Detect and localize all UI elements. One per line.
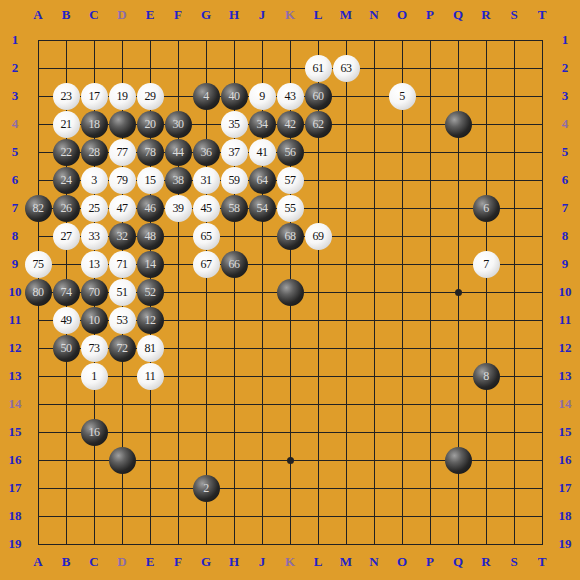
intersection-B19[interactable] [52, 530, 80, 558]
intersection-J3[interactable]: 9 [248, 82, 276, 110]
intersection-K16[interactable] [276, 446, 304, 474]
intersection-Q5[interactable] [444, 138, 472, 166]
intersection-D17[interactable] [108, 474, 136, 502]
intersection-D9[interactable]: 71 [108, 250, 136, 278]
intersection-N7[interactable] [360, 194, 388, 222]
intersection-E1[interactable] [136, 26, 164, 54]
intersection-O4[interactable] [388, 110, 416, 138]
intersection-J16[interactable] [248, 446, 276, 474]
intersection-K15[interactable] [276, 418, 304, 446]
intersection-C13[interactable]: 1 [80, 362, 108, 390]
intersection-J19[interactable] [248, 530, 276, 558]
intersection-J4[interactable]: 34 [248, 110, 276, 138]
intersection-P9[interactable] [416, 250, 444, 278]
intersection-K7[interactable]: 55 [276, 194, 304, 222]
intersection-H5[interactable]: 37 [220, 138, 248, 166]
intersection-A4[interactable] [24, 110, 52, 138]
intersection-Q1[interactable] [444, 26, 472, 54]
intersection-R12[interactable] [472, 334, 500, 362]
intersection-J5[interactable]: 41 [248, 138, 276, 166]
intersection-B12[interactable]: 50 [52, 334, 80, 362]
intersection-N16[interactable] [360, 446, 388, 474]
intersection-R19[interactable] [472, 530, 500, 558]
intersection-D10[interactable]: 51 [108, 278, 136, 306]
intersection-M16[interactable] [332, 446, 360, 474]
intersection-P5[interactable] [416, 138, 444, 166]
intersection-T3[interactable] [528, 82, 556, 110]
intersection-G5[interactable]: 36 [192, 138, 220, 166]
intersection-A13[interactable] [24, 362, 52, 390]
intersection-M10[interactable] [332, 278, 360, 306]
intersection-F14[interactable] [164, 390, 192, 418]
intersection-M3[interactable] [332, 82, 360, 110]
intersection-A7[interactable]: 82 [24, 194, 52, 222]
intersection-O19[interactable] [388, 530, 416, 558]
intersection-A19[interactable] [24, 530, 52, 558]
intersection-N5[interactable] [360, 138, 388, 166]
intersection-T7[interactable] [528, 194, 556, 222]
intersection-R15[interactable] [472, 418, 500, 446]
intersection-B6[interactable]: 24 [52, 166, 80, 194]
intersection-T14[interactable] [528, 390, 556, 418]
intersection-N3[interactable] [360, 82, 388, 110]
intersection-T8[interactable] [528, 222, 556, 250]
intersection-B11[interactable]: 49 [52, 306, 80, 334]
intersection-D2[interactable] [108, 54, 136, 82]
intersection-G8[interactable]: 65 [192, 222, 220, 250]
intersection-H11[interactable] [220, 306, 248, 334]
intersection-Q16[interactable] [444, 446, 472, 474]
intersection-C5[interactable]: 28 [80, 138, 108, 166]
intersection-E2[interactable] [136, 54, 164, 82]
intersection-B3[interactable]: 23 [52, 82, 80, 110]
intersection-J17[interactable] [248, 474, 276, 502]
intersection-A1[interactable] [24, 26, 52, 54]
intersection-C3[interactable]: 17 [80, 82, 108, 110]
intersection-S5[interactable] [500, 138, 528, 166]
intersection-D12[interactable]: 72 [108, 334, 136, 362]
intersection-O11[interactable] [388, 306, 416, 334]
intersection-J1[interactable] [248, 26, 276, 54]
intersection-C11[interactable]: 10 [80, 306, 108, 334]
intersection-K1[interactable] [276, 26, 304, 54]
intersection-T15[interactable] [528, 418, 556, 446]
intersection-G4[interactable] [192, 110, 220, 138]
intersection-A5[interactable] [24, 138, 52, 166]
intersection-Q18[interactable] [444, 502, 472, 530]
intersection-A2[interactable] [24, 54, 52, 82]
intersection-S1[interactable] [500, 26, 528, 54]
intersection-J2[interactable] [248, 54, 276, 82]
intersection-G11[interactable] [192, 306, 220, 334]
intersection-H16[interactable] [220, 446, 248, 474]
intersection-M11[interactable] [332, 306, 360, 334]
intersection-M13[interactable] [332, 362, 360, 390]
intersection-E14[interactable] [136, 390, 164, 418]
intersection-T11[interactable] [528, 306, 556, 334]
intersection-J6[interactable]: 64 [248, 166, 276, 194]
intersection-S4[interactable] [500, 110, 528, 138]
intersection-O9[interactable] [388, 250, 416, 278]
intersection-C17[interactable] [80, 474, 108, 502]
intersection-N11[interactable] [360, 306, 388, 334]
intersection-F18[interactable] [164, 502, 192, 530]
intersection-D19[interactable] [108, 530, 136, 558]
intersection-R6[interactable] [472, 166, 500, 194]
intersection-F7[interactable]: 39 [164, 194, 192, 222]
intersection-L18[interactable] [304, 502, 332, 530]
intersection-P12[interactable] [416, 334, 444, 362]
intersection-C1[interactable] [80, 26, 108, 54]
intersection-T10[interactable] [528, 278, 556, 306]
intersection-E4[interactable]: 20 [136, 110, 164, 138]
intersection-F2[interactable] [164, 54, 192, 82]
intersection-C2[interactable] [80, 54, 108, 82]
intersection-J14[interactable] [248, 390, 276, 418]
intersection-K17[interactable] [276, 474, 304, 502]
intersection-P15[interactable] [416, 418, 444, 446]
intersection-Q2[interactable] [444, 54, 472, 82]
intersection-M2[interactable]: 63 [332, 54, 360, 82]
intersection-B13[interactable] [52, 362, 80, 390]
intersection-E6[interactable]: 15 [136, 166, 164, 194]
intersection-E9[interactable]: 14 [136, 250, 164, 278]
intersection-M5[interactable] [332, 138, 360, 166]
intersection-P19[interactable] [416, 530, 444, 558]
intersection-P13[interactable] [416, 362, 444, 390]
intersection-N14[interactable] [360, 390, 388, 418]
intersection-S10[interactable] [500, 278, 528, 306]
intersection-K19[interactable] [276, 530, 304, 558]
intersection-N13[interactable] [360, 362, 388, 390]
intersection-O15[interactable] [388, 418, 416, 446]
intersection-K10[interactable] [276, 278, 304, 306]
intersection-N10[interactable] [360, 278, 388, 306]
intersection-P18[interactable] [416, 502, 444, 530]
intersection-L14[interactable] [304, 390, 332, 418]
intersection-J18[interactable] [248, 502, 276, 530]
intersection-E17[interactable] [136, 474, 164, 502]
intersection-O13[interactable] [388, 362, 416, 390]
intersection-L17[interactable] [304, 474, 332, 502]
intersection-F8[interactable] [164, 222, 192, 250]
intersection-G15[interactable] [192, 418, 220, 446]
intersection-R17[interactable] [472, 474, 500, 502]
intersection-T16[interactable] [528, 446, 556, 474]
intersection-F6[interactable]: 38 [164, 166, 192, 194]
intersection-T13[interactable] [528, 362, 556, 390]
intersection-G19[interactable] [192, 530, 220, 558]
intersection-K11[interactable] [276, 306, 304, 334]
intersection-F1[interactable] [164, 26, 192, 54]
intersection-O6[interactable] [388, 166, 416, 194]
intersection-A3[interactable] [24, 82, 52, 110]
intersection-B8[interactable]: 27 [52, 222, 80, 250]
intersection-H2[interactable] [220, 54, 248, 82]
intersection-L11[interactable] [304, 306, 332, 334]
intersection-L8[interactable]: 69 [304, 222, 332, 250]
intersection-D14[interactable] [108, 390, 136, 418]
intersection-P4[interactable] [416, 110, 444, 138]
intersection-G18[interactable] [192, 502, 220, 530]
intersection-P6[interactable] [416, 166, 444, 194]
intersection-J15[interactable] [248, 418, 276, 446]
intersection-N12[interactable] [360, 334, 388, 362]
intersection-G1[interactable] [192, 26, 220, 54]
intersection-K3[interactable]: 43 [276, 82, 304, 110]
intersection-C8[interactable]: 33 [80, 222, 108, 250]
intersection-K8[interactable]: 68 [276, 222, 304, 250]
intersection-P10[interactable] [416, 278, 444, 306]
intersection-N4[interactable] [360, 110, 388, 138]
intersection-M8[interactable] [332, 222, 360, 250]
intersection-J13[interactable] [248, 362, 276, 390]
intersection-O14[interactable] [388, 390, 416, 418]
intersection-F9[interactable] [164, 250, 192, 278]
intersection-E10[interactable]: 52 [136, 278, 164, 306]
intersection-E12[interactable]: 81 [136, 334, 164, 362]
intersection-J11[interactable] [248, 306, 276, 334]
intersection-D3[interactable]: 19 [108, 82, 136, 110]
intersection-Q7[interactable] [444, 194, 472, 222]
intersection-P11[interactable] [416, 306, 444, 334]
intersection-J7[interactable]: 54 [248, 194, 276, 222]
intersection-E3[interactable]: 29 [136, 82, 164, 110]
intersection-A6[interactable] [24, 166, 52, 194]
intersection-L10[interactable] [304, 278, 332, 306]
intersection-O17[interactable] [388, 474, 416, 502]
intersection-O10[interactable] [388, 278, 416, 306]
intersection-D11[interactable]: 53 [108, 306, 136, 334]
intersection-T6[interactable] [528, 166, 556, 194]
intersection-P1[interactable] [416, 26, 444, 54]
intersection-L12[interactable] [304, 334, 332, 362]
intersection-M7[interactable] [332, 194, 360, 222]
intersection-E18[interactable] [136, 502, 164, 530]
intersection-S19[interactable] [500, 530, 528, 558]
intersection-M18[interactable] [332, 502, 360, 530]
intersection-L5[interactable] [304, 138, 332, 166]
intersection-R16[interactable] [472, 446, 500, 474]
intersection-G16[interactable] [192, 446, 220, 474]
intersection-E16[interactable] [136, 446, 164, 474]
intersection-H14[interactable] [220, 390, 248, 418]
intersection-C19[interactable] [80, 530, 108, 558]
intersection-L1[interactable] [304, 26, 332, 54]
intersection-M19[interactable] [332, 530, 360, 558]
intersection-K12[interactable] [276, 334, 304, 362]
intersection-M12[interactable] [332, 334, 360, 362]
intersection-Q14[interactable] [444, 390, 472, 418]
intersection-Q10[interactable] [444, 278, 472, 306]
intersection-F16[interactable] [164, 446, 192, 474]
intersection-B14[interactable] [52, 390, 80, 418]
intersection-J9[interactable] [248, 250, 276, 278]
intersection-D5[interactable]: 77 [108, 138, 136, 166]
intersection-R7[interactable]: 6 [472, 194, 500, 222]
intersection-G6[interactable]: 31 [192, 166, 220, 194]
intersection-A14[interactable] [24, 390, 52, 418]
intersection-H6[interactable]: 59 [220, 166, 248, 194]
intersection-N19[interactable] [360, 530, 388, 558]
intersection-H7[interactable]: 58 [220, 194, 248, 222]
intersection-M9[interactable] [332, 250, 360, 278]
intersection-O7[interactable] [388, 194, 416, 222]
intersection-S13[interactable] [500, 362, 528, 390]
intersection-O2[interactable] [388, 54, 416, 82]
intersection-F11[interactable] [164, 306, 192, 334]
intersection-F12[interactable] [164, 334, 192, 362]
intersection-L2[interactable]: 61 [304, 54, 332, 82]
intersection-N1[interactable] [360, 26, 388, 54]
intersection-P14[interactable] [416, 390, 444, 418]
intersection-G7[interactable]: 45 [192, 194, 220, 222]
intersection-L6[interactable] [304, 166, 332, 194]
intersection-K18[interactable] [276, 502, 304, 530]
intersection-B4[interactable]: 21 [52, 110, 80, 138]
intersection-H17[interactable] [220, 474, 248, 502]
intersection-D16[interactable] [108, 446, 136, 474]
intersection-A8[interactable] [24, 222, 52, 250]
intersection-E11[interactable]: 12 [136, 306, 164, 334]
intersection-G13[interactable] [192, 362, 220, 390]
intersection-R14[interactable] [472, 390, 500, 418]
intersection-F19[interactable] [164, 530, 192, 558]
intersection-F4[interactable]: 30 [164, 110, 192, 138]
intersection-R8[interactable] [472, 222, 500, 250]
intersection-O16[interactable] [388, 446, 416, 474]
intersection-A16[interactable] [24, 446, 52, 474]
intersection-N17[interactable] [360, 474, 388, 502]
intersection-C6[interactable]: 3 [80, 166, 108, 194]
intersection-T1[interactable] [528, 26, 556, 54]
intersection-P7[interactable] [416, 194, 444, 222]
intersection-G2[interactable] [192, 54, 220, 82]
intersection-L7[interactable] [304, 194, 332, 222]
intersection-H10[interactable] [220, 278, 248, 306]
intersection-R5[interactable] [472, 138, 500, 166]
intersection-G9[interactable]: 67 [192, 250, 220, 278]
intersection-H9[interactable]: 66 [220, 250, 248, 278]
intersection-T18[interactable] [528, 502, 556, 530]
intersection-H18[interactable] [220, 502, 248, 530]
intersection-S17[interactable] [500, 474, 528, 502]
intersection-R3[interactable] [472, 82, 500, 110]
intersection-J8[interactable] [248, 222, 276, 250]
intersection-K5[interactable]: 56 [276, 138, 304, 166]
intersection-R11[interactable] [472, 306, 500, 334]
intersection-Q9[interactable] [444, 250, 472, 278]
intersection-N18[interactable] [360, 502, 388, 530]
intersection-E15[interactable] [136, 418, 164, 446]
intersection-B7[interactable]: 26 [52, 194, 80, 222]
intersection-B9[interactable] [52, 250, 80, 278]
intersection-R10[interactable] [472, 278, 500, 306]
intersection-C14[interactable] [80, 390, 108, 418]
intersection-M14[interactable] [332, 390, 360, 418]
intersection-L3[interactable]: 60 [304, 82, 332, 110]
intersection-S11[interactable] [500, 306, 528, 334]
intersection-T5[interactable] [528, 138, 556, 166]
intersection-N8[interactable] [360, 222, 388, 250]
intersection-H1[interactable] [220, 26, 248, 54]
intersection-C16[interactable] [80, 446, 108, 474]
intersection-B17[interactable] [52, 474, 80, 502]
intersection-L4[interactable]: 62 [304, 110, 332, 138]
intersection-O18[interactable] [388, 502, 416, 530]
intersection-B10[interactable]: 74 [52, 278, 80, 306]
intersection-G14[interactable] [192, 390, 220, 418]
intersection-Q13[interactable] [444, 362, 472, 390]
intersection-C10[interactable]: 70 [80, 278, 108, 306]
intersection-R13[interactable]: 8 [472, 362, 500, 390]
intersection-H12[interactable] [220, 334, 248, 362]
intersection-F5[interactable]: 44 [164, 138, 192, 166]
intersection-O3[interactable]: 5 [388, 82, 416, 110]
intersection-E7[interactable]: 46 [136, 194, 164, 222]
intersection-D7[interactable]: 47 [108, 194, 136, 222]
intersection-S6[interactable] [500, 166, 528, 194]
intersection-D4[interactable] [108, 110, 136, 138]
intersection-J12[interactable] [248, 334, 276, 362]
intersection-A10[interactable]: 80 [24, 278, 52, 306]
intersection-M1[interactable] [332, 26, 360, 54]
intersection-P17[interactable] [416, 474, 444, 502]
intersection-N15[interactable] [360, 418, 388, 446]
intersection-H4[interactable]: 35 [220, 110, 248, 138]
intersection-M17[interactable] [332, 474, 360, 502]
intersection-G10[interactable] [192, 278, 220, 306]
intersection-E19[interactable] [136, 530, 164, 558]
intersection-D8[interactable]: 32 [108, 222, 136, 250]
intersection-S8[interactable] [500, 222, 528, 250]
intersection-Q15[interactable] [444, 418, 472, 446]
intersection-C15[interactable]: 16 [80, 418, 108, 446]
intersection-O12[interactable] [388, 334, 416, 362]
intersection-P8[interactable] [416, 222, 444, 250]
intersection-K4[interactable]: 42 [276, 110, 304, 138]
intersection-B15[interactable] [52, 418, 80, 446]
intersection-B1[interactable] [52, 26, 80, 54]
intersection-A12[interactable] [24, 334, 52, 362]
intersection-D1[interactable] [108, 26, 136, 54]
intersection-A11[interactable] [24, 306, 52, 334]
intersection-L13[interactable] [304, 362, 332, 390]
intersection-C4[interactable]: 18 [80, 110, 108, 138]
intersection-N6[interactable] [360, 166, 388, 194]
intersection-P16[interactable] [416, 446, 444, 474]
intersection-C18[interactable] [80, 502, 108, 530]
intersection-S9[interactable] [500, 250, 528, 278]
intersection-Q12[interactable] [444, 334, 472, 362]
board-grid[interactable]: 6163231719294409436052118203035344262222… [24, 26, 556, 558]
intersection-E5[interactable]: 78 [136, 138, 164, 166]
intersection-F3[interactable] [164, 82, 192, 110]
intersection-Q4[interactable] [444, 110, 472, 138]
intersection-K13[interactable] [276, 362, 304, 390]
intersection-O1[interactable] [388, 26, 416, 54]
intersection-M15[interactable] [332, 418, 360, 446]
intersection-S16[interactable] [500, 446, 528, 474]
intersection-T12[interactable] [528, 334, 556, 362]
intersection-F15[interactable] [164, 418, 192, 446]
intersection-D6[interactable]: 79 [108, 166, 136, 194]
intersection-S12[interactable] [500, 334, 528, 362]
intersection-E8[interactable]: 48 [136, 222, 164, 250]
intersection-C9[interactable]: 13 [80, 250, 108, 278]
intersection-B18[interactable] [52, 502, 80, 530]
intersection-S7[interactable] [500, 194, 528, 222]
